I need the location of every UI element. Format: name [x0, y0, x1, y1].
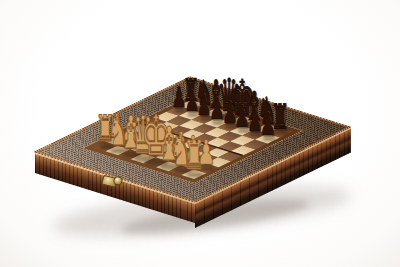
chess-piece[interactable]: ♟: [259, 109, 276, 140]
chess-set-photo: ♜♟♞♟♝♟♛♟♚♟♝♟♟♞♜♟♟♜♞♟♟♝♟♛♟♚♟♝♟♞♟♜: [0, 0, 400, 267]
chess-piece[interactable]: ♜: [183, 136, 205, 176]
